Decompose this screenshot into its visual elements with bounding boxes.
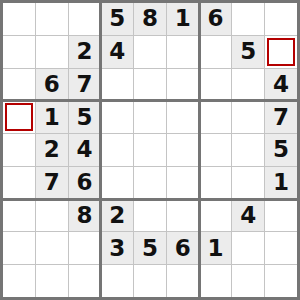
- cell-r7c3[interactable]: 8: [69, 200, 101, 232]
- cell-r1c9[interactable]: [265, 3, 297, 35]
- cell-r3c9[interactable]: 4: [265, 69, 297, 101]
- cell-r1c1[interactable]: [3, 3, 35, 35]
- cell-r3c6[interactable]: [167, 69, 199, 101]
- cell-r4c6[interactable]: [167, 101, 199, 133]
- cell-r7c7[interactable]: [200, 200, 232, 232]
- cell-r1c6[interactable]: 1: [167, 3, 199, 35]
- cell-r5c4[interactable]: [101, 134, 133, 166]
- cell-r6c5[interactable]: [134, 167, 166, 199]
- cell-r1c7[interactable]: 6: [200, 3, 232, 35]
- cell-r7c5[interactable]: [134, 200, 166, 232]
- cell-r8c1[interactable]: [3, 232, 35, 264]
- cell-r9c2[interactable]: [36, 265, 68, 297]
- cell-r3c5[interactable]: [134, 69, 166, 101]
- cell-r4c8[interactable]: [232, 101, 264, 133]
- cell-r5c7[interactable]: [200, 134, 232, 166]
- cell-r8c4[interactable]: 3: [101, 232, 133, 264]
- cell-r6c8[interactable]: [232, 167, 264, 199]
- cell-r7c2[interactable]: [36, 200, 68, 232]
- cell-r4c1[interactable]: [3, 101, 35, 133]
- cell-r7c1[interactable]: [3, 200, 35, 232]
- cell-r4c7[interactable]: [200, 101, 232, 133]
- cell-r8c3[interactable]: [69, 232, 101, 264]
- cell-r2c3[interactable]: 2: [69, 36, 101, 68]
- cell-r5c9[interactable]: 5: [265, 134, 297, 166]
- cell-r5c8[interactable]: [232, 134, 264, 166]
- cell-r9c3[interactable]: [69, 265, 101, 297]
- cell-r1c5[interactable]: 8: [134, 3, 166, 35]
- cell-r2c9[interactable]: [265, 36, 297, 68]
- cell-r2c1[interactable]: [3, 36, 35, 68]
- cell-r3c8[interactable]: [232, 69, 264, 101]
- cell-r7c4[interactable]: 2: [101, 200, 133, 232]
- cell-r6c3[interactable]: 6: [69, 167, 101, 199]
- cell-r7c6[interactable]: [167, 200, 199, 232]
- cell-r4c5[interactable]: [134, 101, 166, 133]
- cell-r6c7[interactable]: [200, 167, 232, 199]
- sudoku-board: 58162456741572457618243561: [0, 0, 300, 300]
- cell-r8c7[interactable]: 1: [200, 232, 232, 264]
- cell-r9c4[interactable]: [101, 265, 133, 297]
- cell-r5c3[interactable]: 4: [69, 134, 101, 166]
- cell-r5c6[interactable]: [167, 134, 199, 166]
- cell-r9c7[interactable]: [200, 265, 232, 297]
- cell-r1c2[interactable]: [36, 3, 68, 35]
- cell-r1c4[interactable]: 5: [101, 3, 133, 35]
- cell-r7c9[interactable]: [265, 200, 297, 232]
- cell-r7c8[interactable]: 4: [232, 200, 264, 232]
- cell-r9c5[interactable]: [134, 265, 166, 297]
- cell-r4c4[interactable]: [101, 101, 133, 133]
- cell-r3c3[interactable]: 7: [69, 69, 101, 101]
- cell-r3c1[interactable]: [3, 69, 35, 101]
- cell-r1c3[interactable]: [69, 3, 101, 35]
- cell-r6c6[interactable]: [167, 167, 199, 199]
- cell-r4c9[interactable]: 7: [265, 101, 297, 133]
- cell-r9c6[interactable]: [167, 265, 199, 297]
- cell-r9c8[interactable]: [232, 265, 264, 297]
- cell-r2c8[interactable]: 5: [232, 36, 264, 68]
- cell-r8c2[interactable]: [36, 232, 68, 264]
- cell-r6c1[interactable]: [3, 167, 35, 199]
- cell-r8c9[interactable]: [265, 232, 297, 264]
- cell-r2c2[interactable]: [36, 36, 68, 68]
- cell-r4c3[interactable]: 5: [69, 101, 101, 133]
- cell-r2c6[interactable]: [167, 36, 199, 68]
- cell-r2c4[interactable]: 4: [101, 36, 133, 68]
- cell-r8c6[interactable]: 6: [167, 232, 199, 264]
- cell-r5c2[interactable]: 2: [36, 134, 68, 166]
- cell-r6c2[interactable]: 7: [36, 167, 68, 199]
- cell-r2c7[interactable]: [200, 36, 232, 68]
- cell-r3c4[interactable]: [101, 69, 133, 101]
- cell-r8c5[interactable]: 5: [134, 232, 166, 264]
- cell-r1c8[interactable]: [232, 3, 264, 35]
- cell-r2c5[interactable]: [134, 36, 166, 68]
- cell-r8c8[interactable]: [232, 232, 264, 264]
- cell-r9c9[interactable]: [265, 265, 297, 297]
- cell-r5c1[interactable]: [3, 134, 35, 166]
- cell-r6c9[interactable]: 1: [265, 167, 297, 199]
- cell-r5c5[interactable]: [134, 134, 166, 166]
- cell-r4c2[interactable]: 1: [36, 101, 68, 133]
- cell-r6c4[interactable]: [101, 167, 133, 199]
- cell-r3c7[interactable]: [200, 69, 232, 101]
- cell-r9c1[interactable]: [3, 265, 35, 297]
- cell-r3c2[interactable]: 6: [36, 69, 68, 101]
